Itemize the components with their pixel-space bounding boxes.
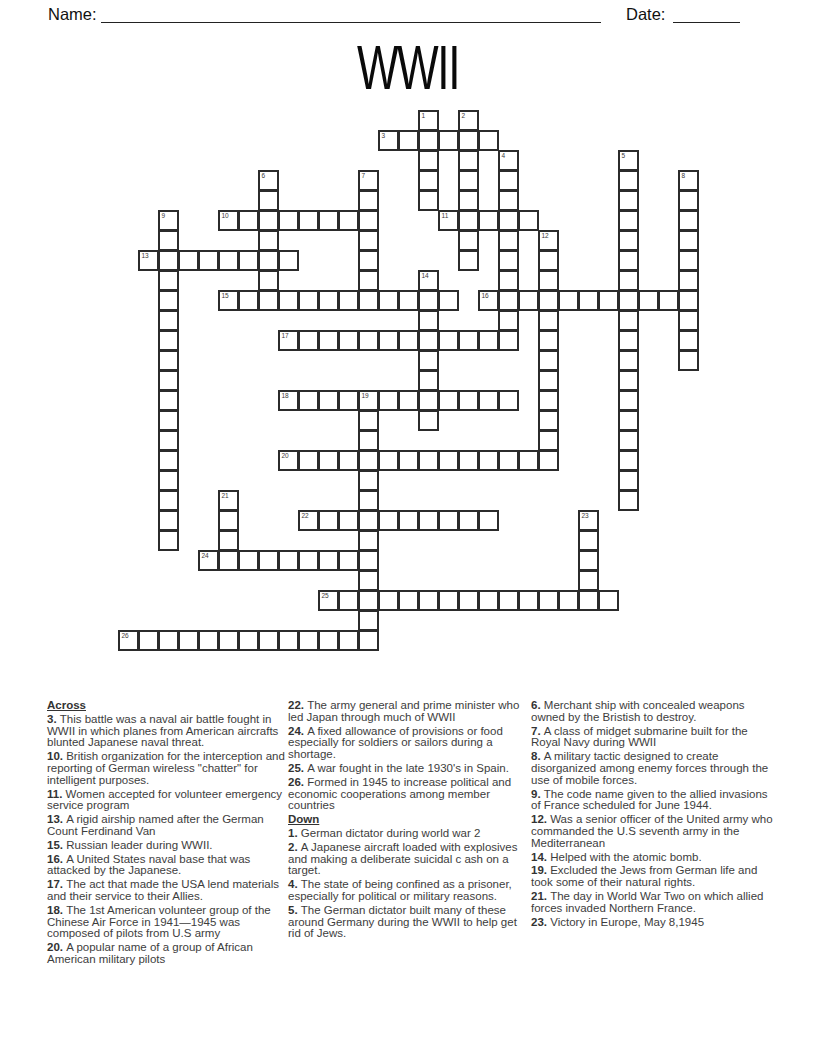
grid-cell-r15-c2[interactable] xyxy=(158,410,179,431)
grid-cell-r2-c17[interactable] xyxy=(458,150,479,171)
grid-cell-r5-c12[interactable] xyxy=(358,210,379,231)
grid-cell-r17-c9[interactable] xyxy=(298,450,319,471)
clue-item-6: 6. Merchant ship with concealed weapons … xyxy=(531,700,777,724)
grid-cell-r20-c15[interactable] xyxy=(418,510,439,531)
grid-cell-r5-c8[interactable] xyxy=(278,210,299,231)
clue-item-25: 25. A war fought in the late 1930's in S… xyxy=(288,763,527,775)
grid-cell-r3-c19[interactable] xyxy=(498,170,519,191)
grid-cell-r8-c19[interactable] xyxy=(498,270,519,291)
grid-cell-r25-c12[interactable] xyxy=(358,610,379,631)
grid-cell-r9-c23[interactable] xyxy=(578,290,599,311)
clue-item-2: 2. A Japanese aircraft loaded with explo… xyxy=(288,842,527,877)
grid-cell-r12-c28[interactable] xyxy=(678,350,699,371)
grid-cell-r7-c12[interactable] xyxy=(358,250,379,271)
grid-cell-r5-c10[interactable] xyxy=(318,210,339,231)
grid-cell-r14-c12[interactable]: 19 xyxy=(358,390,379,411)
crossword-grid: 1234567891011121314151617181920212223242… xyxy=(118,110,699,651)
clue-item-18: 18. The 1st American volunteer group of … xyxy=(47,905,286,940)
clue-number-21: 21 xyxy=(222,492,229,499)
grid-cell-r11-c14[interactable] xyxy=(398,330,419,351)
grid-cell-r8-c7[interactable] xyxy=(258,270,279,291)
grid-cell-r19-c2[interactable] xyxy=(158,490,179,511)
clue-item-17: 17. The act that made the USA lend mater… xyxy=(47,879,286,903)
grid-cell-r8-c28[interactable] xyxy=(678,270,699,291)
clue-number-25: 25 xyxy=(322,592,329,599)
grid-cell-r10-c25[interactable] xyxy=(618,310,639,331)
clue-item-14: 14. Helped with the atomic bomb. xyxy=(531,852,777,864)
grid-cell-r10-c15[interactable] xyxy=(418,310,439,331)
grid-cell-r7-c2[interactable] xyxy=(158,250,179,271)
grid-cell-r9-c14[interactable] xyxy=(398,290,419,311)
date-input-line[interactable] xyxy=(673,6,740,23)
grid-cell-r17-c15[interactable] xyxy=(418,450,439,471)
grid-cell-r11-c10[interactable] xyxy=(318,330,339,351)
grid-cell-r14-c25[interactable] xyxy=(618,390,639,411)
grid-cell-r16-c12[interactable] xyxy=(358,430,379,451)
clue-number-23: 23 xyxy=(582,512,589,519)
grid-cell-r26-c12[interactable] xyxy=(358,630,379,651)
grid-cell-r14-c15[interactable] xyxy=(418,390,439,411)
grid-cell-r26-c3[interactable] xyxy=(178,630,199,651)
clue-number-18: 18 xyxy=(282,392,289,399)
clue-item-10: 10. British organization for the interce… xyxy=(47,751,286,786)
grid-cell-r13-c2[interactable] xyxy=(158,370,179,391)
grid-cell-r22-c6[interactable] xyxy=(238,550,259,571)
grid-cell-r20-c13[interactable] xyxy=(378,510,399,531)
grid-cell-r4-c25[interactable] xyxy=(618,190,639,211)
grid-cell-r14-c14[interactable] xyxy=(398,390,419,411)
grid-cell-r11-c2[interactable] xyxy=(158,330,179,351)
grid-cell-r5-c5[interactable]: 10 xyxy=(218,210,239,231)
grid-cell-r9-c26[interactable] xyxy=(638,290,659,311)
grid-cell-r24-c16[interactable] xyxy=(438,590,459,611)
clue-item-23: 23. Victory in Europe, May 8,1945 xyxy=(531,917,777,929)
grid-cell-r2-c15[interactable] xyxy=(418,150,439,171)
clue-number-24: 24 xyxy=(202,552,209,559)
grid-cell-r4-c17[interactable] xyxy=(458,190,479,211)
grid-cell-r14-c8[interactable]: 18 xyxy=(278,390,299,411)
clue-number-1: 1 xyxy=(422,112,426,119)
grid-cell-r9-c9[interactable] xyxy=(298,290,319,311)
grid-cell-r9-c18[interactable]: 16 xyxy=(478,290,499,311)
clue-number-17: 17 xyxy=(282,332,289,339)
grid-cell-r24-c17[interactable] xyxy=(458,590,479,611)
clue-number-2: 2 xyxy=(462,112,466,119)
clue-item-24: 24. A fixed allowance of provisions or f… xyxy=(288,726,527,761)
grid-cell-r9-c25[interactable] xyxy=(618,290,639,311)
grid-cell-r11-c8[interactable]: 17 xyxy=(278,330,299,351)
grid-cell-r17-c18[interactable] xyxy=(478,450,499,471)
grid-cell-r20-c18[interactable] xyxy=(478,510,499,531)
grid-cell-r7-c3[interactable] xyxy=(178,250,199,271)
clue-item-1: 1. German dictator during world war 2 xyxy=(288,828,527,840)
grid-cell-r6-c2[interactable] xyxy=(158,230,179,251)
title-wrap: WWII xyxy=(0,36,816,99)
grid-cell-r9-c28[interactable] xyxy=(678,290,699,311)
grid-cell-r6-c17[interactable] xyxy=(458,230,479,251)
grid-cell-r9-c21[interactable] xyxy=(538,290,559,311)
grid-cell-r17-c14[interactable] xyxy=(398,450,419,471)
grid-cell-r22-c11[interactable] xyxy=(338,550,359,571)
grid-cell-r24-c13[interactable] xyxy=(378,590,399,611)
grid-cell-r9-c19[interactable] xyxy=(498,290,519,311)
grid-cell-r19-c25[interactable] xyxy=(618,490,639,511)
grid-cell-r22-c5[interactable] xyxy=(218,550,239,571)
grid-cell-r24-c10[interactable]: 25 xyxy=(318,590,339,611)
grid-cell-r18-c12[interactable] xyxy=(358,470,379,491)
clue-column-2: 22. The army general and prime minister … xyxy=(288,700,527,942)
grid-cell-r14-c18[interactable] xyxy=(478,390,499,411)
grid-cell-r20-c5[interactable] xyxy=(218,510,239,531)
grid-cell-r14-c19[interactable] xyxy=(498,390,519,411)
grid-cell-r15-c12[interactable] xyxy=(358,410,379,431)
grid-cell-r1-c17[interactable] xyxy=(458,130,479,151)
grid-cell-r9-c15[interactable] xyxy=(418,290,439,311)
grid-cell-r11-c11[interactable] xyxy=(338,330,359,351)
clue-number-8: 8 xyxy=(682,172,686,179)
grid-cell-r24-c23[interactable] xyxy=(578,590,599,611)
clue-item-19: 19. Excluded the Jews from German life a… xyxy=(531,865,777,889)
grid-cell-r4-c28[interactable] xyxy=(678,190,699,211)
grid-cell-r3-c17[interactable] xyxy=(458,170,479,191)
grid-cell-r9-c7[interactable] xyxy=(258,290,279,311)
grid-cell-r22-c23[interactable] xyxy=(578,550,599,571)
grid-cell-r17-c20[interactable] xyxy=(518,450,539,471)
grid-cell-r17-c8[interactable]: 20 xyxy=(278,450,299,471)
grid-cell-r20-c9[interactable]: 22 xyxy=(298,510,319,531)
grid-cell-r17-c19[interactable] xyxy=(498,450,519,471)
grid-cell-r24-c11[interactable] xyxy=(338,590,359,611)
grid-cell-r24-c20[interactable] xyxy=(518,590,539,611)
clue-item-3: 3. This battle was a naval air battle fo… xyxy=(47,714,286,749)
grid-cell-r26-c9[interactable] xyxy=(298,630,319,651)
grid-cell-r1-c16[interactable] xyxy=(438,130,459,151)
clue-number-26: 26 xyxy=(122,632,129,639)
grid-cell-r16-c2[interactable] xyxy=(158,430,179,451)
clue-number-9: 9 xyxy=(162,212,166,219)
grid-cell-r22-c4[interactable]: 24 xyxy=(198,550,219,571)
clues-section-header-down: Down xyxy=(288,814,527,826)
grid-cell-r0-c15[interactable]: 1 xyxy=(418,110,439,131)
grid-cell-r12-c25[interactable] xyxy=(618,350,639,371)
grid-cell-r7-c8[interactable] xyxy=(278,250,299,271)
grid-cell-r22-c9[interactable] xyxy=(298,550,319,571)
grid-cell-r21-c5[interactable] xyxy=(218,530,239,551)
grid-cell-r17-c21[interactable] xyxy=(538,450,559,471)
grid-cell-r26-c10[interactable] xyxy=(318,630,339,651)
grid-cell-r14-c16[interactable] xyxy=(438,390,459,411)
grid-cell-r11-c15[interactable] xyxy=(418,330,439,351)
grid-cell-r3-c28[interactable]: 8 xyxy=(678,170,699,191)
grid-cell-r18-c2[interactable] xyxy=(158,470,179,491)
grid-cell-r6-c19[interactable] xyxy=(498,230,519,251)
grid-cell-r6-c21[interactable]: 12 xyxy=(538,230,559,251)
grid-cell-r3-c12[interactable]: 7 xyxy=(358,170,379,191)
grid-cell-r12-c21[interactable] xyxy=(538,350,559,371)
clue-item-15: 15. Russian leader during WWII. xyxy=(47,840,286,852)
grid-cell-r24-c12[interactable] xyxy=(358,590,379,611)
grid-cell-r5-c28[interactable] xyxy=(678,210,699,231)
grid-cell-r26-c0[interactable]: 26 xyxy=(118,630,139,651)
grid-cell-r22-c10[interactable] xyxy=(318,550,339,571)
grid-cell-r7-c1[interactable]: 13 xyxy=(138,250,159,271)
grid-cell-r9-c6[interactable] xyxy=(238,290,259,311)
grid-cell-r17-c2[interactable] xyxy=(158,450,179,471)
grid-cell-r10-c2[interactable] xyxy=(158,310,179,331)
clue-number-19: 19 xyxy=(362,392,369,399)
grid-cell-r5-c9[interactable] xyxy=(298,210,319,231)
clue-number-10: 10 xyxy=(222,212,229,219)
grid-cell-r9-c22[interactable] xyxy=(558,290,579,311)
grid-cell-r13-c15[interactable] xyxy=(418,370,439,391)
grid-cell-r24-c21[interactable] xyxy=(538,590,559,611)
grid-cell-r8-c21[interactable] xyxy=(538,270,559,291)
clue-number-12: 12 xyxy=(542,232,549,239)
grid-cell-r19-c12[interactable] xyxy=(358,490,379,511)
grid-cell-r21-c12[interactable] xyxy=(358,530,379,551)
clue-item-12: 12. Was a senior officer of the United a… xyxy=(531,814,777,849)
grid-cell-r10-c28[interactable] xyxy=(678,310,699,331)
clue-item-8: 8. A military tactic designed to create … xyxy=(531,751,777,786)
grid-cell-r11-c9[interactable] xyxy=(298,330,319,351)
clue-item-26: 26. Formed in 1945 to increase political… xyxy=(288,777,527,812)
clue-number-4: 4 xyxy=(502,152,506,159)
grid-cell-r26-c6[interactable] xyxy=(238,630,259,651)
grid-cell-r26-c5[interactable] xyxy=(218,630,239,651)
grid-cell-r7-c6[interactable] xyxy=(238,250,259,271)
clue-item-9: 9. The code name given to the allied inv… xyxy=(531,789,777,813)
grid-cell-r7-c28[interactable] xyxy=(678,250,699,271)
grid-cell-r17-c13[interactable] xyxy=(378,450,399,471)
clue-number-14: 14 xyxy=(422,272,429,279)
grid-cell-r15-c25[interactable] xyxy=(618,410,639,431)
grid-cell-r5-c19[interactable] xyxy=(498,210,519,231)
clue-number-5: 5 xyxy=(622,152,626,159)
grid-cell-r24-c19[interactable] xyxy=(498,590,519,611)
grid-cell-r6-c12[interactable] xyxy=(358,230,379,251)
grid-cell-r10-c19[interactable] xyxy=(498,310,519,331)
grid-cell-r5-c7[interactable] xyxy=(258,210,279,231)
grid-cell-r17-c16[interactable] xyxy=(438,450,459,471)
grid-cell-r14-c2[interactable] xyxy=(158,390,179,411)
grid-cell-r22-c7[interactable] xyxy=(258,550,279,571)
grid-cell-r14-c10[interactable] xyxy=(318,390,339,411)
grid-cell-r16-c21[interactable] xyxy=(538,430,559,451)
grid-cell-r17-c25[interactable] xyxy=(618,450,639,471)
grid-cell-r1-c18[interactable] xyxy=(478,130,499,151)
clue-item-22: 22. The army general and prime minister … xyxy=(288,700,527,724)
grid-cell-r7-c7[interactable] xyxy=(258,250,279,271)
grid-cell-r9-c24[interactable] xyxy=(598,290,619,311)
grid-cell-r4-c15[interactable] xyxy=(418,190,439,211)
grid-cell-r26-c11[interactable] xyxy=(338,630,359,651)
clue-number-13: 13 xyxy=(142,252,149,259)
grid-cell-r22-c8[interactable] xyxy=(278,550,299,571)
grid-cell-r9-c16[interactable] xyxy=(438,290,459,311)
name-input-line[interactable] xyxy=(101,6,601,23)
grid-cell-r24-c22[interactable] xyxy=(558,590,579,611)
grid-cell-r5-c11[interactable] xyxy=(338,210,359,231)
grid-cell-r9-c11[interactable] xyxy=(338,290,359,311)
grid-cell-r7-c19[interactable] xyxy=(498,250,519,271)
grid-cell-r14-c13[interactable] xyxy=(378,390,399,411)
date-label: Date: xyxy=(626,5,665,24)
grid-cell-r20-c16[interactable] xyxy=(438,510,459,531)
grid-cell-r23-c12[interactable] xyxy=(358,570,379,591)
grid-cell-r13-c21[interactable] xyxy=(538,370,559,391)
grid-cell-r2-c19[interactable]: 4 xyxy=(498,150,519,171)
grid-cell-r1-c13[interactable]: 3 xyxy=(378,130,399,151)
grid-cell-r6-c7[interactable] xyxy=(258,230,279,251)
grid-cell-r24-c15[interactable] xyxy=(418,590,439,611)
clue-item-11: 11. Women accepted for volunteer emergen… xyxy=(47,789,286,813)
grid-cell-r9-c10[interactable] xyxy=(318,290,339,311)
grid-cell-r17-c11[interactable] xyxy=(338,450,359,471)
grid-cell-r11-c28[interactable] xyxy=(678,330,699,351)
grid-cell-r7-c4[interactable] xyxy=(198,250,219,271)
grid-cell-r24-c24[interactable] xyxy=(598,590,619,611)
grid-cell-r20-c11[interactable] xyxy=(338,510,359,531)
grid-cell-r8-c25[interactable] xyxy=(618,270,639,291)
grid-cell-r10-c21[interactable] xyxy=(538,310,559,331)
clue-number-6: 6 xyxy=(262,172,266,179)
grid-cell-r16-c25[interactable] xyxy=(618,430,639,451)
grid-cell-r17-c12[interactable] xyxy=(358,450,379,471)
grid-cell-r11-c12[interactable] xyxy=(358,330,379,351)
grid-cell-r22-c12[interactable] xyxy=(358,550,379,571)
grid-cell-r20-c12[interactable] xyxy=(358,510,379,531)
clue-column-3: 6. Merchant ship with concealed weapons … xyxy=(531,700,777,930)
grid-cell-r20-c14[interactable] xyxy=(398,510,419,531)
grid-cell-r15-c21[interactable] xyxy=(538,410,559,431)
grid-cell-r9-c2[interactable] xyxy=(158,290,179,311)
grid-cell-r7-c21[interactable] xyxy=(538,250,559,271)
grid-cell-r9-c27[interactable] xyxy=(658,290,679,311)
grid-cell-r6-c28[interactable] xyxy=(678,230,699,251)
grid-cell-r5-c2[interactable]: 9 xyxy=(158,210,179,231)
grid-cell-r9-c12[interactable] xyxy=(358,290,379,311)
grid-cell-r7-c25[interactable] xyxy=(618,250,639,271)
grid-cell-r14-c9[interactable] xyxy=(298,390,319,411)
grid-cell-r13-c25[interactable] xyxy=(618,370,639,391)
grid-cell-r23-c23[interactable] xyxy=(578,570,599,591)
grid-cell-r5-c20[interactable] xyxy=(518,210,539,231)
grid-cell-r14-c11[interactable] xyxy=(338,390,359,411)
grid-cell-r11-c18[interactable] xyxy=(478,330,499,351)
clue-item-5: 5. The German dictator built many of the… xyxy=(288,905,527,940)
name-label: Name: xyxy=(48,5,97,24)
grid-cell-r20-c10[interactable] xyxy=(318,510,339,531)
clue-item-4: 4. The state of being confined as a pris… xyxy=(288,879,527,903)
clue-number-22: 22 xyxy=(302,512,309,519)
grid-cell-r21-c2[interactable] xyxy=(158,530,179,551)
grid-cell-r5-c16[interactable]: 11 xyxy=(438,210,459,231)
grid-cell-r6-c25[interactable] xyxy=(618,230,639,251)
grid-cell-r26-c4[interactable] xyxy=(198,630,219,651)
grid-cell-r9-c5[interactable]: 15 xyxy=(218,290,239,311)
page-title: WWII xyxy=(357,36,459,99)
grid-cell-r12-c15[interactable] xyxy=(418,350,439,371)
grid-cell-r4-c19[interactable] xyxy=(498,190,519,211)
grid-cell-r24-c18[interactable] xyxy=(478,590,499,611)
clue-item-20: 20. A popular name of a group of African… xyxy=(47,942,286,966)
clue-number-7: 7 xyxy=(362,172,366,179)
clue-number-3: 3 xyxy=(382,132,386,139)
grid-cell-r8-c12[interactable] xyxy=(358,270,379,291)
grid-cell-r17-c17[interactable] xyxy=(458,450,479,471)
clue-number-15: 15 xyxy=(222,292,229,299)
grid-cell-r19-c5[interactable]: 21 xyxy=(218,490,239,511)
grid-cell-r11-c19[interactable] xyxy=(498,330,519,351)
clue-item-21: 21. The day in World War Two on which al… xyxy=(531,891,777,915)
grid-cell-r7-c5[interactable] xyxy=(218,250,239,271)
grid-cell-r11-c16[interactable] xyxy=(438,330,459,351)
grid-cell-r17-c10[interactable] xyxy=(318,450,339,471)
grid-cell-r24-c14[interactable] xyxy=(398,590,419,611)
grid-cell-r11-c13[interactable] xyxy=(378,330,399,351)
grid-cell-r5-c25[interactable] xyxy=(618,210,639,231)
grid-cell-r1-c14[interactable] xyxy=(398,130,419,151)
grid-cell-r8-c15[interactable]: 14 xyxy=(418,270,439,291)
grid-cell-r20-c17[interactable] xyxy=(458,510,479,531)
grid-cell-r21-c23[interactable] xyxy=(578,530,599,551)
grid-cell-r20-c23[interactable]: 23 xyxy=(578,510,599,531)
clue-item-16: 16. A United States naval base that was … xyxy=(47,854,286,878)
grid-cell-r4-c7[interactable] xyxy=(258,190,279,211)
worksheet-page: Name: Date: WWII 12345678910111213141516… xyxy=(0,0,816,1056)
grid-cell-r4-c12[interactable] xyxy=(358,190,379,211)
grid-cell-r3-c25[interactable] xyxy=(618,170,639,191)
grid-cell-r26-c2[interactable] xyxy=(158,630,179,651)
grid-cell-r20-c2[interactable] xyxy=(158,510,179,531)
grid-cell-r18-c25[interactable] xyxy=(618,470,639,491)
grid-cell-r26-c8[interactable] xyxy=(278,630,299,651)
clue-column-1: Across3. This battle was a naval air bat… xyxy=(47,700,286,968)
grid-cell-r11-c17[interactable] xyxy=(458,330,479,351)
grid-cell-r9-c20[interactable] xyxy=(518,290,539,311)
clues-section-header-across: Across xyxy=(47,700,286,712)
grid-cell-r5-c18[interactable] xyxy=(478,210,499,231)
clue-number-11: 11 xyxy=(442,212,449,219)
grid-cell-r11-c21[interactable] xyxy=(538,330,559,351)
grid-cell-r9-c8[interactable] xyxy=(278,290,299,311)
grid-cell-r14-c21[interactable] xyxy=(538,390,559,411)
grid-cell-r2-c25[interactable]: 5 xyxy=(618,150,639,171)
grid-cell-r12-c2[interactable] xyxy=(158,350,179,371)
grid-cell-r5-c6[interactable] xyxy=(238,210,259,231)
grid-cell-r11-c25[interactable] xyxy=(618,330,639,351)
grid-cell-r9-c13[interactable] xyxy=(378,290,399,311)
clue-item-7: 7. A class of midget submarine built for… xyxy=(531,726,777,750)
clue-number-20: 20 xyxy=(282,452,289,459)
clue-number-16: 16 xyxy=(482,292,489,299)
grid-cell-r7-c17[interactable] xyxy=(458,250,479,271)
grid-cell-r1-c15[interactable] xyxy=(418,130,439,151)
grid-cell-r26-c7[interactable] xyxy=(258,630,279,651)
clue-item-13: 13. A rigid airship named after the Germ… xyxy=(47,814,286,838)
grid-cell-r5-c17[interactable] xyxy=(458,210,479,231)
grid-cell-r3-c7[interactable]: 6 xyxy=(258,170,279,191)
grid-cell-r0-c17[interactable]: 2 xyxy=(458,110,479,131)
grid-cell-r15-c15[interactable] xyxy=(418,410,439,431)
grid-cell-r14-c17[interactable] xyxy=(458,390,479,411)
grid-cell-r3-c15[interactable] xyxy=(418,170,439,191)
grid-cell-r8-c2[interactable] xyxy=(158,270,179,291)
grid-cell-r26-c1[interactable] xyxy=(138,630,159,651)
